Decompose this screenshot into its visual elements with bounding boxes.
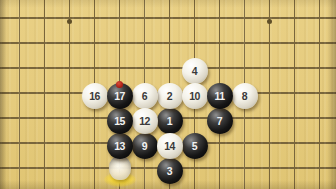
stone-white-14: 14	[157, 133, 183, 159]
stone-number: 6	[132, 83, 158, 109]
stone-number: 11	[207, 83, 233, 109]
stone-black-1: 1	[157, 108, 183, 134]
stone-white-6: 6	[132, 83, 158, 109]
stone-white-16: 16	[82, 83, 108, 109]
star-point	[267, 19, 272, 24]
stone-number: 3	[157, 158, 183, 184]
stone-number: 12	[132, 108, 158, 134]
stone-number: 1	[157, 108, 183, 134]
stone-white-4: 4	[182, 58, 208, 84]
stone-number: 9	[132, 133, 158, 159]
stone-white-2: 2	[157, 83, 183, 109]
stone-black-11: 11	[207, 83, 233, 109]
last-move-marker	[116, 81, 123, 88]
stone-black-9: 9	[132, 133, 158, 159]
stone-black-17: 17	[107, 83, 133, 109]
stone-number: 13	[107, 133, 133, 159]
stone-number: 5	[182, 133, 208, 159]
stone-number: 14	[157, 133, 183, 159]
stone-black-3: 3	[157, 158, 183, 184]
stone-number: 8	[232, 83, 258, 109]
stone-white-8: 8	[232, 83, 258, 109]
stone-white-12: 12	[132, 108, 158, 134]
stone-number: 10	[182, 83, 208, 109]
stone-black-7: 7	[207, 108, 233, 134]
stone-black-13: 13	[107, 133, 133, 159]
stone-white-10: 10	[182, 83, 208, 109]
stone-black-5: 5	[182, 133, 208, 159]
stone-number: 7	[207, 108, 233, 134]
gomoku-game-view: 1234567891011121314151617	[0, 0, 336, 189]
stone-number: 4	[182, 58, 208, 84]
go-board[interactable]: 1234567891011121314151617	[0, 0, 336, 189]
next-move-cursor-ghost-stone[interactable]	[109, 156, 131, 180]
stone-number: 15	[107, 108, 133, 134]
stone-number: 2	[157, 83, 183, 109]
stone-black-15: 15	[107, 108, 133, 134]
star-point	[67, 19, 72, 24]
stone-number: 16	[82, 83, 108, 109]
